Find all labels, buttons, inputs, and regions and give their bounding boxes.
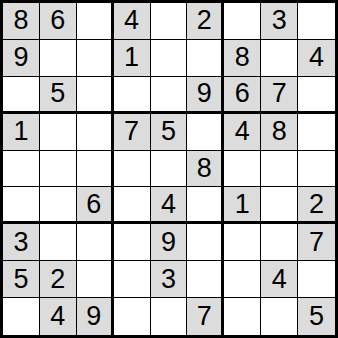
cell-r4c8: 8 [261, 114, 298, 151]
cell-r2c6[interactable] [187, 40, 224, 77]
cell-r9c4[interactable] [114, 298, 151, 335]
cell-r4c3[interactable] [77, 114, 114, 151]
cell-r1c4: 4 [114, 3, 151, 40]
cell-r3c8: 7 [261, 77, 298, 114]
cell-r8c2: 2 [40, 261, 77, 298]
cell-r4c9[interactable] [298, 114, 335, 151]
cell-r5c4[interactable] [114, 151, 151, 188]
cell-r1c1: 8 [3, 3, 40, 40]
cell-r5c5[interactable] [151, 151, 188, 188]
cell-r6c4[interactable] [114, 187, 151, 224]
cell-r7c5: 9 [151, 224, 188, 261]
cell-r3c6: 9 [187, 77, 224, 114]
cell-r6c6[interactable] [187, 187, 224, 224]
cell-r3c2: 5 [40, 77, 77, 114]
cell-r8c3[interactable] [77, 261, 114, 298]
cell-r5c3[interactable] [77, 151, 114, 188]
cell-r9c3: 9 [77, 298, 114, 335]
cell-r3c7: 6 [224, 77, 261, 114]
cell-r4c2[interactable] [40, 114, 77, 151]
cell-r9c2: 4 [40, 298, 77, 335]
cell-r3c3[interactable] [77, 77, 114, 114]
cell-r4c7: 4 [224, 114, 261, 151]
cell-r8c6[interactable] [187, 261, 224, 298]
cell-r5c9[interactable] [298, 151, 335, 188]
cell-r1c6: 2 [187, 3, 224, 40]
cell-r6c1[interactable] [3, 187, 40, 224]
cell-r9c1[interactable] [3, 298, 40, 335]
cell-r1c5[interactable] [151, 3, 188, 40]
cell-r9c8[interactable] [261, 298, 298, 335]
cell-r7c4[interactable] [114, 224, 151, 261]
cell-r7c1: 3 [3, 224, 40, 261]
cell-r8c7[interactable] [224, 261, 261, 298]
cell-r2c5[interactable] [151, 40, 188, 77]
cell-r2c2[interactable] [40, 40, 77, 77]
cell-r1c7[interactable] [224, 3, 261, 40]
cell-r7c9: 7 [298, 224, 335, 261]
cell-r1c2: 6 [40, 3, 77, 40]
cell-r6c7: 1 [224, 187, 261, 224]
cell-r7c8[interactable] [261, 224, 298, 261]
cell-r4c5: 5 [151, 114, 188, 151]
cell-r3c1[interactable] [3, 77, 40, 114]
cell-r8c1: 5 [3, 261, 40, 298]
cell-r8c8: 4 [261, 261, 298, 298]
cell-r6c8[interactable] [261, 187, 298, 224]
cell-r7c2[interactable] [40, 224, 77, 261]
cell-r9c7[interactable] [224, 298, 261, 335]
cell-r2c9: 4 [298, 40, 335, 77]
cell-r7c3[interactable] [77, 224, 114, 261]
cell-r8c4[interactable] [114, 261, 151, 298]
cell-r4c1: 1 [3, 114, 40, 151]
cell-r8c9[interactable] [298, 261, 335, 298]
cell-r8c5: 3 [151, 261, 188, 298]
cell-r5c6: 8 [187, 151, 224, 188]
sudoku-board: 8642391845967175488641239752344975 [0, 0, 338, 338]
cell-r9c5[interactable] [151, 298, 188, 335]
cell-r3c9[interactable] [298, 77, 335, 114]
cell-r4c6[interactable] [187, 114, 224, 151]
cell-r7c6[interactable] [187, 224, 224, 261]
cell-r4c4: 7 [114, 114, 151, 151]
cell-r9c9: 5 [298, 298, 335, 335]
cell-r5c2[interactable] [40, 151, 77, 188]
cell-r7c7[interactable] [224, 224, 261, 261]
cell-r5c1[interactable] [3, 151, 40, 188]
cell-r2c4: 1 [114, 40, 151, 77]
cell-r9c6: 7 [187, 298, 224, 335]
cell-r2c8[interactable] [261, 40, 298, 77]
cell-r6c5: 4 [151, 187, 188, 224]
cell-r6c2[interactable] [40, 187, 77, 224]
cell-r3c5[interactable] [151, 77, 188, 114]
cell-r3c4[interactable] [114, 77, 151, 114]
cell-r1c3[interactable] [77, 3, 114, 40]
cell-r5c7[interactable] [224, 151, 261, 188]
cell-r6c9: 2 [298, 187, 335, 224]
cell-r2c1: 9 [3, 40, 40, 77]
cell-r2c3[interactable] [77, 40, 114, 77]
cell-r6c3: 6 [77, 187, 114, 224]
cell-r1c8: 3 [261, 3, 298, 40]
cell-r5c8[interactable] [261, 151, 298, 188]
cell-r1c9[interactable] [298, 3, 335, 40]
cell-r2c7: 8 [224, 40, 261, 77]
